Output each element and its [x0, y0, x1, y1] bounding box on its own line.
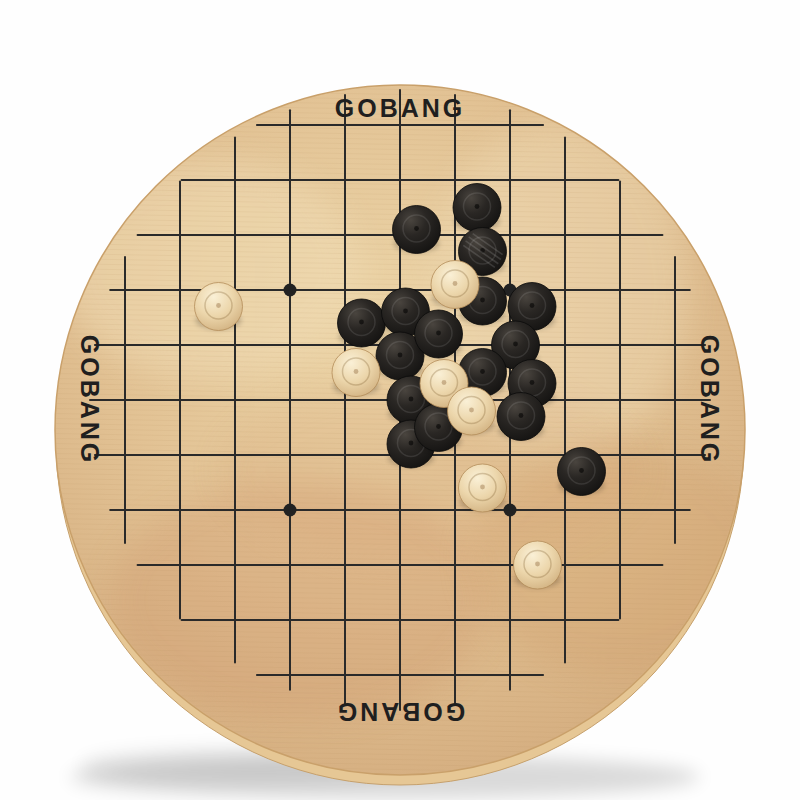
white-stone[interactable] [459, 464, 507, 512]
board-label-bottom: GOBANG [335, 698, 466, 726]
stone-dimple [513, 342, 518, 347]
stone-dimple [480, 485, 485, 490]
stone-dimple [436, 424, 441, 429]
stone-dimple [535, 562, 540, 567]
black-stone[interactable] [393, 206, 441, 254]
stone-dimple [409, 397, 414, 402]
product-photo-stage: GOBANG GOBANG GOBANG GOBANG [0, 0, 800, 800]
board-label-left: GOBANG [76, 335, 104, 466]
star-point [284, 284, 297, 297]
stone-dimple [469, 408, 474, 413]
stone-dimple [403, 309, 408, 314]
white-stone[interactable] [514, 541, 562, 589]
stone-dimple [216, 303, 221, 308]
board-label-top: GOBANG [335, 94, 466, 122]
white-stone[interactable] [332, 349, 380, 397]
stone-dimple [414, 226, 419, 231]
stone-dimple [530, 380, 535, 385]
white-stone[interactable] [195, 283, 243, 331]
star-point [284, 504, 297, 517]
stone-dimple [442, 380, 447, 385]
stone-dimple [409, 441, 414, 446]
stone-dimple [530, 303, 535, 308]
black-stone[interactable] [415, 310, 463, 358]
stone-dimple [453, 281, 458, 286]
stone-dimple [480, 298, 485, 303]
star-point [504, 504, 517, 517]
white-stone[interactable] [448, 387, 496, 435]
stone-dimple [359, 320, 364, 325]
black-stone[interactable] [558, 448, 606, 496]
black-stone[interactable] [338, 299, 386, 347]
stone-dimple [475, 204, 480, 209]
stone-dimple [480, 369, 485, 374]
stone-dimple [398, 353, 403, 358]
black-stone[interactable] [453, 184, 501, 232]
stone-dimple [354, 369, 359, 374]
board-label-right: GOBANG [696, 335, 724, 466]
stone-dimple [579, 468, 584, 473]
stone-dimple [436, 331, 441, 336]
gobang-board-photo: GOBANG GOBANG GOBANG GOBANG [0, 0, 800, 800]
black-stone[interactable] [497, 393, 545, 441]
white-stone[interactable] [431, 261, 479, 309]
stone-dimple [519, 413, 524, 418]
